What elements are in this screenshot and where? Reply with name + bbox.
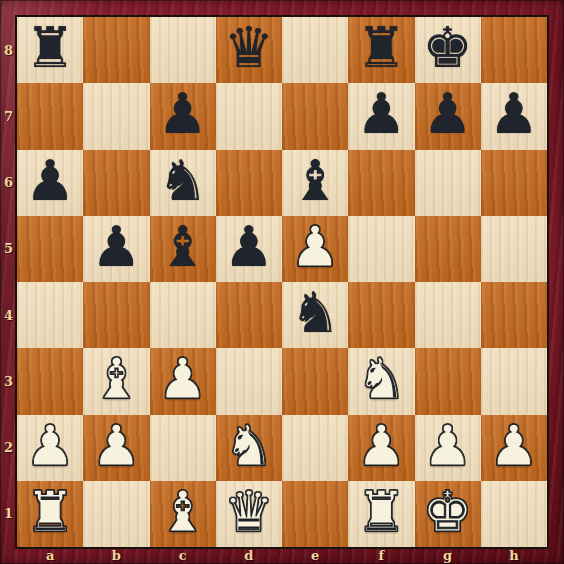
square-h4[interactable]: [481, 282, 547, 348]
square-f6[interactable]: [348, 150, 414, 216]
square-g5[interactable]: [415, 216, 481, 282]
square-d4[interactable]: [216, 282, 282, 348]
square-e1[interactable]: [282, 481, 348, 547]
square-b8[interactable]: [83, 17, 149, 83]
square-f3[interactable]: ♞: [348, 348, 414, 414]
square-b6[interactable]: [83, 150, 149, 216]
square-e8[interactable]: [282, 17, 348, 83]
square-d1[interactable]: ♛: [216, 481, 282, 547]
black-pawn: ♟: [158, 86, 208, 142]
square-d2[interactable]: ♞: [216, 415, 282, 481]
square-c8[interactable]: [150, 17, 216, 83]
white-pawn: ♟: [158, 351, 208, 407]
white-knight: ♞: [224, 418, 274, 474]
black-rook: ♜: [25, 20, 75, 76]
square-g8[interactable]: ♚: [415, 17, 481, 83]
square-d5[interactable]: ♟: [216, 216, 282, 282]
square-c7[interactable]: ♟: [150, 83, 216, 149]
square-d7[interactable]: [216, 83, 282, 149]
square-g2[interactable]: ♟: [415, 415, 481, 481]
square-d3[interactable]: [216, 348, 282, 414]
file-label-d: d: [216, 547, 282, 564]
square-b2[interactable]: ♟: [83, 415, 149, 481]
rank-label-6: 6: [0, 150, 17, 216]
square-f2[interactable]: ♟: [348, 415, 414, 481]
square-a2[interactable]: ♟: [17, 415, 83, 481]
square-a6[interactable]: ♟: [17, 150, 83, 216]
file-label-g: g: [415, 547, 481, 564]
black-pawn: ♟: [423, 86, 473, 142]
square-h5[interactable]: [481, 216, 547, 282]
file-label-f: f: [348, 547, 414, 564]
square-g1[interactable]: ♚: [415, 481, 481, 547]
square-g4[interactable]: [415, 282, 481, 348]
square-h7[interactable]: ♟: [481, 83, 547, 149]
black-bishop: ♝: [158, 219, 208, 275]
square-e2[interactable]: [282, 415, 348, 481]
black-pawn: ♟: [25, 153, 75, 209]
square-a4[interactable]: [17, 282, 83, 348]
square-f7[interactable]: ♟: [348, 83, 414, 149]
square-g3[interactable]: [415, 348, 481, 414]
white-pawn: ♟: [91, 418, 141, 474]
file-label-e: e: [282, 547, 348, 564]
rank-label-8: 8: [0, 17, 17, 83]
black-knight: ♞: [290, 285, 340, 341]
square-h3[interactable]: [481, 348, 547, 414]
file-label-a: a: [17, 547, 83, 564]
rank-labels: 87654321: [0, 17, 17, 547]
square-a5[interactable]: [17, 216, 83, 282]
white-queen: ♛: [224, 484, 274, 540]
square-b1[interactable]: [83, 481, 149, 547]
black-rook: ♜: [356, 20, 406, 76]
square-a3[interactable]: [17, 348, 83, 414]
rank-label-7: 7: [0, 83, 17, 149]
black-bishop: ♝: [290, 153, 340, 209]
black-knight: ♞: [158, 153, 208, 209]
white-king: ♚: [423, 484, 473, 540]
black-pawn: ♟: [356, 86, 406, 142]
square-f4[interactable]: [348, 282, 414, 348]
black-queen: ♛: [224, 20, 274, 76]
file-label-b: b: [83, 547, 149, 564]
white-pawn: ♟: [356, 418, 406, 474]
white-rook: ♜: [25, 484, 75, 540]
rank-label-3: 3: [0, 348, 17, 414]
square-h1[interactable]: [481, 481, 547, 547]
square-c3[interactable]: ♟: [150, 348, 216, 414]
square-b3[interactable]: ♝: [83, 348, 149, 414]
square-e5[interactable]: ♟: [282, 216, 348, 282]
white-bishop: ♝: [158, 484, 208, 540]
square-b4[interactable]: [83, 282, 149, 348]
square-h6[interactable]: [481, 150, 547, 216]
file-label-h: h: [481, 547, 547, 564]
square-e4[interactable]: ♞: [282, 282, 348, 348]
square-f1[interactable]: ♜: [348, 481, 414, 547]
white-bishop: ♝: [91, 351, 141, 407]
file-label-c: c: [150, 547, 216, 564]
square-c6[interactable]: ♞: [150, 150, 216, 216]
black-king: ♚: [423, 20, 473, 76]
square-e3[interactable]: [282, 348, 348, 414]
square-b5[interactable]: ♟: [83, 216, 149, 282]
rank-label-5: 5: [0, 216, 17, 282]
square-g6[interactable]: [415, 150, 481, 216]
square-a1[interactable]: ♜: [17, 481, 83, 547]
chess-board: ♜♛♜♚♟♟♟♟♟♞♝♟♝♟♟♞♝♟♞♟♟♞♟♟♟♜♝♛♜♚: [17, 17, 547, 547]
white-pawn: ♟: [25, 418, 75, 474]
square-c2[interactable]: [150, 415, 216, 481]
rank-label-2: 2: [0, 415, 17, 481]
chess-board-frame: 87654321 abcdefgh ♜♛♜♚♟♟♟♟♟♞♝♟♝♟♟♞♝♟♞♟♟♞…: [0, 0, 564, 564]
black-pawn: ♟: [91, 219, 141, 275]
square-a8[interactable]: ♜: [17, 17, 83, 83]
square-a7[interactable]: [17, 83, 83, 149]
rank-label-4: 4: [0, 282, 17, 348]
square-h2[interactable]: ♟: [481, 415, 547, 481]
square-b7[interactable]: [83, 83, 149, 149]
square-h8[interactable]: [481, 17, 547, 83]
square-d8[interactable]: ♛: [216, 17, 282, 83]
white-knight: ♞: [356, 351, 406, 407]
square-d6[interactable]: [216, 150, 282, 216]
square-c5[interactable]: ♝: [150, 216, 216, 282]
square-g7[interactable]: ♟: [415, 83, 481, 149]
white-rook: ♜: [356, 484, 406, 540]
square-e6[interactable]: ♝: [282, 150, 348, 216]
file-labels: abcdefgh: [17, 547, 547, 564]
black-pawn: ♟: [224, 219, 274, 275]
square-f8[interactable]: ♜: [348, 17, 414, 83]
square-f5[interactable]: [348, 216, 414, 282]
white-pawn: ♟: [489, 418, 539, 474]
white-pawn: ♟: [290, 219, 340, 275]
rank-label-1: 1: [0, 481, 17, 547]
square-c4[interactable]: [150, 282, 216, 348]
black-pawn: ♟: [489, 86, 539, 142]
square-c1[interactable]: ♝: [150, 481, 216, 547]
square-e7[interactable]: [282, 83, 348, 149]
white-pawn: ♟: [423, 418, 473, 474]
